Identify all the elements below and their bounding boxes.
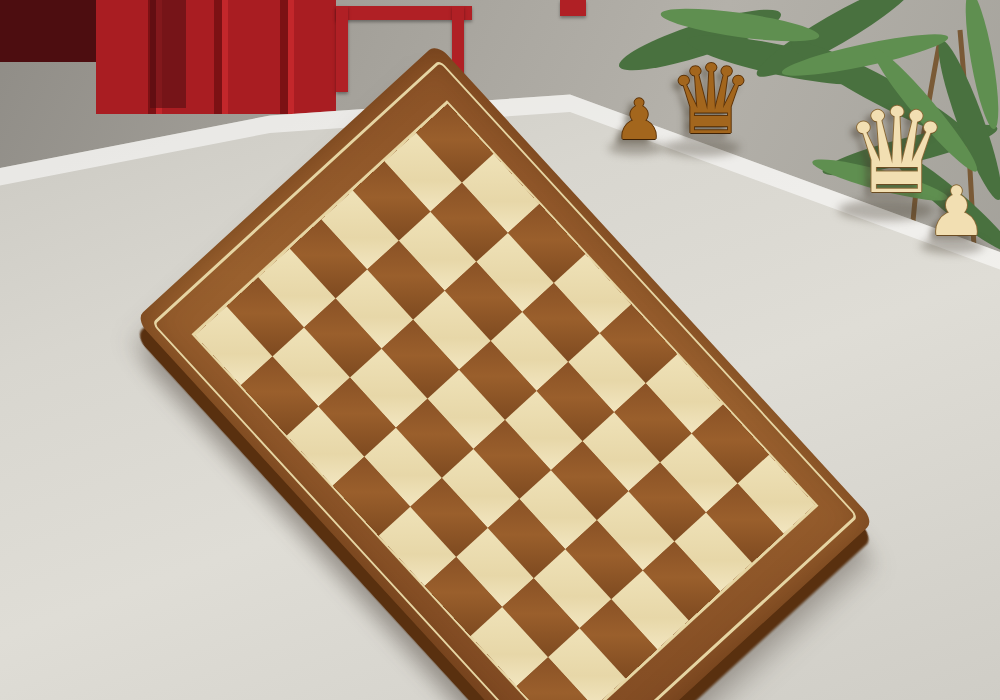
cabinet-interior: [150, 0, 186, 108]
offboard-gold-pawn[interactable]: ♟: [614, 92, 664, 148]
piece-white-pawn-a2[interactable]: [474, 597, 545, 668]
offboard-light-pawn[interactable]: ♟: [926, 178, 987, 246]
offboard-gold-queen[interactable]: ♛: [668, 52, 754, 148]
red-cabinet: [96, 0, 336, 114]
piece-gold-pawn-a6[interactable]: [291, 397, 362, 468]
cabinet-shadow: [0, 0, 96, 62]
cabinet-frame-leg-left: [336, 6, 348, 92]
photo-scene: ♟♛♛♟: [0, 0, 1000, 700]
